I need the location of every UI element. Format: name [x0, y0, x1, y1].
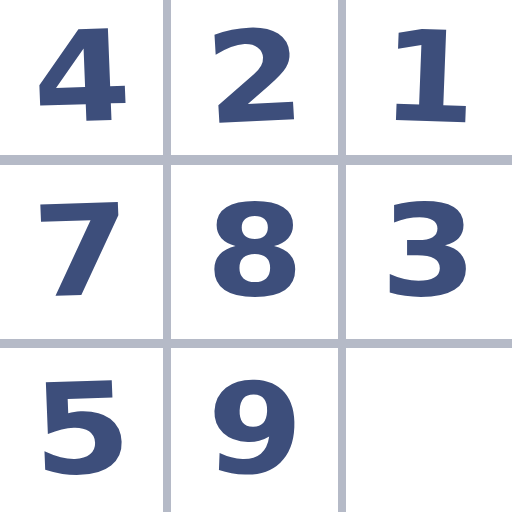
digit-r1c2: 2: [202, 12, 307, 142]
digit-r3c2: 9: [204, 366, 305, 495]
cell-r1c2[interactable]: 2: [163, 0, 338, 155]
cell-r3c3-empty[interactable]: [338, 339, 512, 512]
cell-r3c1[interactable]: 5: [0, 339, 163, 512]
cell-r1c3[interactable]: 1: [338, 0, 512, 155]
digit-r2c2: 8: [205, 189, 303, 315]
digit-r2c1: 7: [30, 188, 133, 317]
cell-r2c3[interactable]: 3: [338, 155, 512, 339]
sudoku-board: 4 2 1 7 8 3 5 9: [0, 0, 512, 512]
digit-r2c3: 3: [381, 189, 477, 315]
cell-r2c2[interactable]: 8: [163, 155, 338, 339]
cell-r1c1[interactable]: 4: [0, 0, 163, 155]
cell-r3c2[interactable]: 9: [163, 339, 338, 512]
digit-r3c1: 5: [30, 366, 133, 495]
cell-r2c1[interactable]: 7: [0, 155, 163, 339]
digit-r1c1: 4: [30, 13, 133, 142]
digit-r1c3: 1: [379, 13, 478, 142]
